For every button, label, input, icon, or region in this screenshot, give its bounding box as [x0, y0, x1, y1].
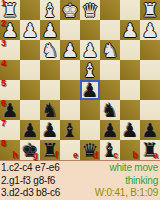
white-bishop-f1: ♝: [40, 0, 60, 20]
square-a5[interactable]: [140, 80, 160, 100]
file-label-c: c: [113, 151, 118, 160]
square-c4[interactable]: [100, 60, 120, 80]
black-pawn-a7: ♟: [140, 120, 160, 140]
file-label-e: e: [73, 151, 78, 160]
square-h2[interactable]: 2♟: [0, 20, 20, 40]
move-row-2: 2.g1-f3 g8-f6: [1, 175, 60, 188]
square-f3[interactable]: ♞: [40, 40, 60, 60]
square-c3[interactable]: ♞: [100, 40, 120, 60]
square-a8[interactable]: a♜: [140, 140, 160, 160]
square-e2[interactable]: [60, 20, 80, 40]
square-g4[interactable]: [20, 60, 40, 80]
rank-label-2: 2: [1, 19, 6, 28]
square-f4[interactable]: [40, 60, 60, 80]
square-b3[interactable]: [120, 40, 140, 60]
square-e5[interactable]: [60, 80, 80, 100]
move-row-1: 1.c2-c4 e7-e6: [1, 162, 60, 175]
square-h1[interactable]: 1♜: [0, 0, 20, 20]
square-b2[interactable]: ♟: [120, 20, 140, 40]
square-f6[interactable]: ♞: [40, 100, 60, 120]
square-e7[interactable]: ♝: [60, 120, 80, 140]
white-rook-a1: ♜: [140, 0, 160, 20]
square-d4[interactable]: ♝: [80, 60, 100, 80]
status-column: white move thinking W:0:41, B:1:09: [95, 162, 158, 200]
square-d7[interactable]: [80, 120, 100, 140]
square-g2[interactable]: ♟: [20, 20, 40, 40]
square-a4[interactable]: [140, 60, 160, 80]
square-h4[interactable]: 4: [0, 60, 20, 80]
square-c1[interactable]: [100, 0, 120, 20]
square-e3[interactable]: ♟: [60, 40, 80, 60]
rank-label-4: 4: [1, 59, 6, 68]
square-b4[interactable]: [120, 60, 140, 80]
square-e1[interactable]: ♚: [60, 0, 80, 20]
rank-label-1: 1: [1, 0, 6, 8]
square-h5[interactable]: 5: [0, 80, 20, 100]
white-pawn-g2: ♟: [20, 20, 40, 40]
square-b7[interactable]: ♟: [120, 120, 140, 140]
file-label-h: h: [13, 151, 19, 160]
white-pawn-e3: ♟: [60, 40, 80, 60]
rank-label-8: 8: [1, 139, 6, 148]
move-row-3: 3.d2-d3 b8-c6: [1, 187, 60, 200]
square-c6[interactable]: ♞: [100, 100, 120, 120]
square-b5[interactable]: [120, 80, 140, 100]
square-f7[interactable]: ♟: [40, 120, 60, 140]
square-g1[interactable]: [20, 0, 40, 20]
square-a2[interactable]: ♟: [140, 20, 160, 40]
chess-board[interactable]: 1♜♝♚♛♜2♟♟♟♟♟3♞♟♟♞4♝5♟6♟♞♞7♟♟♝♟♟♟8hg♚f♜ed…: [0, 0, 160, 160]
square-a1[interactable]: ♜: [140, 0, 160, 20]
move-list: 1.c2-c4 e7-e6 2.g1-f3 g8-f6 3.d2-d3 b8-c…: [1, 162, 60, 200]
file-label-d: d: [93, 151, 99, 160]
square-d6[interactable]: [80, 100, 100, 120]
square-f8[interactable]: f♜: [40, 140, 60, 160]
white-knight-c3: ♞: [100, 40, 120, 60]
square-e8[interactable]: e: [60, 140, 80, 160]
square-g8[interactable]: g♚: [20, 140, 40, 160]
white-pawn-f2: ♟: [40, 20, 60, 40]
black-bishop-e7: ♝: [60, 120, 80, 140]
rank-label-3: 3: [1, 39, 6, 48]
square-c7[interactable]: ♟: [100, 120, 120, 140]
white-bishop-d4: ♝: [80, 60, 100, 80]
engine-state: thinking: [95, 175, 158, 188]
square-b1[interactable]: [120, 0, 140, 20]
white-pawn-d3: ♟: [80, 40, 100, 60]
square-e4[interactable]: [60, 60, 80, 80]
black-pawn-g7: ♟: [20, 120, 40, 140]
square-g7[interactable]: ♟: [20, 120, 40, 140]
square-e6[interactable]: [60, 100, 80, 120]
file-label-b: b: [133, 151, 139, 160]
square-a6[interactable]: [140, 100, 160, 120]
square-d5[interactable]: ♟: [80, 80, 100, 100]
square-d3[interactable]: ♟: [80, 40, 100, 60]
clock-display: W:0:41, B:1:09: [95, 187, 158, 200]
white-queen-d1: ♛: [80, 0, 100, 20]
white-knight-f3: ♞: [40, 40, 60, 60]
square-h3[interactable]: 3: [0, 40, 20, 60]
square-d8[interactable]: d♛: [80, 140, 100, 160]
turn-indicator: white move: [95, 162, 158, 175]
black-pawn-f7: ♟: [40, 120, 60, 140]
chess-app-screen: 1♜♝♚♛♜2♟♟♟♟♟3♞♟♟♞4♝5♟6♟♞♞7♟♟♝♟♟♟8hg♚f♜ed…: [0, 0, 160, 200]
file-label-f: f: [55, 151, 58, 160]
square-f1[interactable]: ♝: [40, 0, 60, 20]
black-knight-c6: ♞: [100, 100, 120, 120]
square-h8[interactable]: 8h: [0, 140, 20, 160]
square-f5[interactable]: [40, 80, 60, 100]
black-pawn-c7: ♟: [100, 120, 120, 140]
black-pawn-b7: ♟: [120, 120, 140, 140]
square-h7[interactable]: 7: [0, 120, 20, 140]
square-g3[interactable]: [20, 40, 40, 60]
square-a7[interactable]: ♟: [140, 120, 160, 140]
square-c5[interactable]: [100, 80, 120, 100]
square-c2[interactable]: [100, 20, 120, 40]
square-d1[interactable]: ♛: [80, 0, 100, 20]
file-label-g: g: [33, 151, 39, 160]
white-pawn-b2: ♟: [120, 20, 140, 40]
file-label-a: a: [153, 151, 158, 160]
status-panel: 1.c2-c4 e7-e6 2.g1-f3 g8-f6 3.d2-d3 b8-c…: [0, 160, 160, 200]
white-king-e1: ♚: [60, 0, 80, 20]
black-knight-f6: ♞: [40, 100, 60, 120]
rank-label-5: 5: [1, 79, 6, 88]
square-g6[interactable]: [20, 100, 40, 120]
white-pawn-a2: ♟: [140, 20, 160, 40]
square-h6[interactable]: 6♟: [0, 100, 20, 120]
square-c8[interactable]: c♝: [100, 140, 120, 160]
rank-label-6: 6: [1, 99, 6, 108]
square-b8[interactable]: b: [120, 140, 140, 160]
rank-label-7: 7: [1, 119, 6, 128]
square-g5[interactable]: [20, 80, 40, 100]
black-pawn-d5: ♟: [80, 80, 100, 100]
square-b6[interactable]: [120, 100, 140, 120]
square-d2[interactable]: [80, 20, 100, 40]
square-a3[interactable]: [140, 40, 160, 60]
square-f2[interactable]: ♟: [40, 20, 60, 40]
